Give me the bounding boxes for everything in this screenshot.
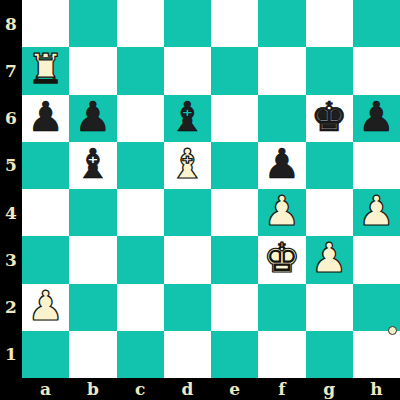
square-e7[interactable] [211,47,258,94]
square-g4[interactable] [306,189,353,236]
piece-white-bishop: ♝ [169,144,206,185]
piece-black-king: ♚ [311,97,348,138]
square-g8[interactable] [306,0,353,47]
file-label-g: g [306,378,353,400]
square-d1[interactable] [164,331,211,378]
square-e1[interactable] [211,331,258,378]
square-b1[interactable] [69,331,116,378]
square-f4[interactable]: ♟ [258,189,305,236]
square-h4[interactable]: ♟ [353,189,400,236]
square-f1[interactable] [258,331,305,378]
square-g3[interactable]: ♟ [306,236,353,283]
piece-black-pawn: ♟ [263,144,300,185]
side-to-move-indicator [388,326,397,335]
chess-board: ♜♟♟♝♚♟♝♝♟♟♟♚♟♟ [22,0,400,378]
piece-black-pawn: ♟ [358,97,395,138]
square-e5[interactable] [211,142,258,189]
rank-label-1: 1 [0,331,22,378]
file-label-c: c [117,378,164,400]
square-h6[interactable]: ♟ [353,95,400,142]
square-f6[interactable] [258,95,305,142]
file-label-b: b [69,378,116,400]
piece-black-bishop: ♝ [74,144,111,185]
square-e6[interactable] [211,95,258,142]
square-a6[interactable]: ♟ [22,95,69,142]
square-d7[interactable] [164,47,211,94]
square-g5[interactable] [306,142,353,189]
square-b7[interactable] [69,47,116,94]
square-f3[interactable]: ♚ [258,236,305,283]
square-b5[interactable]: ♝ [69,142,116,189]
square-g2[interactable] [306,284,353,331]
square-g1[interactable] [306,331,353,378]
file-label-d: d [164,378,211,400]
square-h1[interactable] [353,331,400,378]
square-f2[interactable] [258,284,305,331]
piece-black-pawn: ♟ [74,97,111,138]
square-a3[interactable] [22,236,69,283]
square-d8[interactable] [164,0,211,47]
square-c8[interactable] [117,0,164,47]
square-c6[interactable] [117,95,164,142]
square-b3[interactable] [69,236,116,283]
square-d6[interactable]: ♝ [164,95,211,142]
square-c5[interactable] [117,142,164,189]
square-e3[interactable] [211,236,258,283]
square-b8[interactable] [69,0,116,47]
piece-white-rook: ♜ [27,49,64,90]
square-h5[interactable] [353,142,400,189]
file-label-f: f [258,378,305,400]
square-a5[interactable] [22,142,69,189]
piece-white-pawn: ♟ [263,191,300,232]
square-a4[interactable] [22,189,69,236]
square-e8[interactable] [211,0,258,47]
square-d4[interactable] [164,189,211,236]
square-b4[interactable] [69,189,116,236]
square-g6[interactable]: ♚ [306,95,353,142]
square-f7[interactable] [258,47,305,94]
square-h3[interactable] [353,236,400,283]
piece-white-pawn: ♟ [27,286,64,327]
rank-labels: 87654321 [0,0,22,378]
square-a7[interactable]: ♜ [22,47,69,94]
square-c1[interactable] [117,331,164,378]
file-label-a: a [22,378,69,400]
piece-black-bishop: ♝ [169,97,206,138]
square-h8[interactable] [353,0,400,47]
file-labels: abcdefgh [22,378,400,400]
square-d2[interactable] [164,284,211,331]
file-label-e: e [211,378,258,400]
piece-white-pawn: ♟ [358,191,395,232]
square-f5[interactable]: ♟ [258,142,305,189]
square-g7[interactable] [306,47,353,94]
square-e4[interactable] [211,189,258,236]
square-h2[interactable] [353,284,400,331]
rank-label-3: 3 [0,236,22,283]
square-b2[interactable] [69,284,116,331]
rank-label-8: 8 [0,0,22,47]
piece-white-pawn: ♟ [311,238,348,279]
rank-label-4: 4 [0,189,22,236]
square-a2[interactable]: ♟ [22,284,69,331]
piece-white-king: ♚ [263,238,300,279]
chess-diagram: 87654321 ♜♟♟♝♚♟♝♝♟♟♟♚♟♟ abcdefgh [0,0,400,400]
square-c3[interactable] [117,236,164,283]
square-c7[interactable] [117,47,164,94]
square-f8[interactable] [258,0,305,47]
square-e2[interactable] [211,284,258,331]
piece-black-pawn: ♟ [27,97,64,138]
rank-label-7: 7 [0,47,22,94]
square-h7[interactable] [353,47,400,94]
rank-label-2: 2 [0,284,22,331]
square-a8[interactable] [22,0,69,47]
square-d3[interactable] [164,236,211,283]
rank-label-5: 5 [0,142,22,189]
square-c2[interactable] [117,284,164,331]
rank-label-6: 6 [0,95,22,142]
square-c4[interactable] [117,189,164,236]
square-d5[interactable]: ♝ [164,142,211,189]
square-b6[interactable]: ♟ [69,95,116,142]
square-a1[interactable] [22,331,69,378]
file-label-h: h [353,378,400,400]
